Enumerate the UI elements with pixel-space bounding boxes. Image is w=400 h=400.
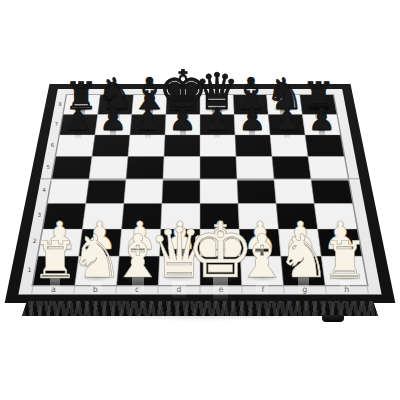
piece-black-pawn-h7: ♟ bbox=[308, 104, 336, 135]
rank-label-6: 6 bbox=[51, 143, 54, 148]
piece-black-pawn-b7: ♟ bbox=[99, 104, 127, 135]
board-latch bbox=[322, 315, 344, 322]
chess-board-projection: abcdefgh12345678♜♞♝♚♛♝♞♜♟♟♟♟♟♟♟♟♟♟♟♟♟♟♟♟… bbox=[0, 0, 400, 400]
piece-white-rook-h1: ♜ bbox=[322, 235, 368, 287]
piece-black-pawn-a7: ♟ bbox=[64, 104, 92, 135]
piece-black-pawn-d7: ♟ bbox=[169, 104, 197, 135]
photo-canvas: abcdefgh12345678♜♞♝♚♛♝♞♜♟♟♟♟♟♟♟♟♟♟♟♟♟♟♟♟… bbox=[0, 0, 400, 400]
piece-black-pawn-f7: ♟ bbox=[238, 104, 266, 135]
rank-label-8: 8 bbox=[58, 102, 61, 107]
rank-label-5: 5 bbox=[47, 165, 50, 170]
piece-black-pawn-g7: ♟ bbox=[273, 104, 301, 135]
rank-label-7: 7 bbox=[55, 122, 58, 127]
piece-black-pawn-c7: ♟ bbox=[134, 104, 162, 135]
rank-label-1: 1 bbox=[27, 267, 31, 273]
rank-label-4: 4 bbox=[42, 188, 46, 194]
board-front-edge bbox=[22, 301, 378, 316]
rank-label-3: 3 bbox=[38, 213, 42, 219]
piece-black-pawn-e7: ♟ bbox=[204, 104, 232, 135]
